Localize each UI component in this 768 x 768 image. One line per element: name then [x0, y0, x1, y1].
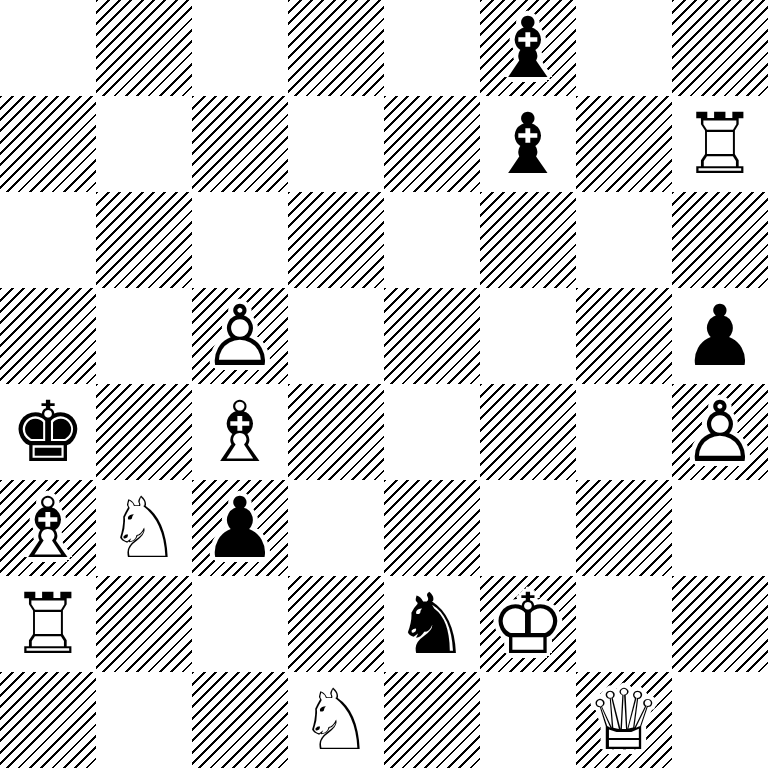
square-e5[interactable] [384, 288, 480, 384]
square-e3[interactable] [384, 480, 480, 576]
piece-white-pawn[interactable]: ♙ [192, 288, 288, 384]
square-a4[interactable]: ♚♚ [0, 384, 96, 480]
square-d1[interactable]: ♞♘ [288, 672, 384, 768]
piece-black-pawn[interactable]: ♟ [672, 288, 768, 384]
square-d3[interactable] [288, 480, 384, 576]
piece-black-knight[interactable]: ♞ [384, 576, 480, 672]
square-a8[interactable] [0, 0, 96, 96]
square-a6[interactable] [0, 192, 96, 288]
square-f2[interactable]: ♚♔ [480, 576, 576, 672]
square-h2[interactable] [672, 576, 768, 672]
square-a1[interactable] [0, 672, 96, 768]
square-h7[interactable]: ♜♖ [672, 96, 768, 192]
square-c1[interactable] [192, 672, 288, 768]
square-h1[interactable] [672, 672, 768, 768]
square-c3[interactable]: ♟♟ [192, 480, 288, 576]
square-a3[interactable]: ♝♗ [0, 480, 96, 576]
square-f8[interactable]: ♝♝ [480, 0, 576, 96]
square-f3[interactable] [480, 480, 576, 576]
square-e4[interactable] [384, 384, 480, 480]
square-d2[interactable] [288, 576, 384, 672]
piece-white-knight[interactable]: ♘ [96, 480, 192, 576]
square-e1[interactable] [384, 672, 480, 768]
piece-white-pawn[interactable]: ♙ [672, 384, 768, 480]
square-c6[interactable] [192, 192, 288, 288]
piece-white-bishop[interactable]: ♗ [192, 384, 288, 480]
square-a7[interactable] [0, 96, 96, 192]
square-h8[interactable] [672, 0, 768, 96]
square-b5[interactable] [96, 288, 192, 384]
square-f1[interactable] [480, 672, 576, 768]
square-e8[interactable] [384, 0, 480, 96]
piece-black-pawn[interactable]: ♟ [192, 480, 288, 576]
square-c5[interactable]: ♟♙ [192, 288, 288, 384]
square-c7[interactable] [192, 96, 288, 192]
square-d5[interactable] [288, 288, 384, 384]
square-f6[interactable] [480, 192, 576, 288]
square-c2[interactable] [192, 576, 288, 672]
square-h6[interactable] [672, 192, 768, 288]
square-d7[interactable] [288, 96, 384, 192]
square-a2[interactable]: ♜♖ [0, 576, 96, 672]
square-g6[interactable] [576, 192, 672, 288]
square-g2[interactable] [576, 576, 672, 672]
square-g1[interactable]: ♛♕ [576, 672, 672, 768]
square-g5[interactable] [576, 288, 672, 384]
square-h5[interactable]: ♟♟ [672, 288, 768, 384]
square-e6[interactable] [384, 192, 480, 288]
square-e2[interactable]: ♞♞ [384, 576, 480, 672]
piece-black-bishop[interactable]: ♝ [480, 0, 576, 96]
square-b4[interactable] [96, 384, 192, 480]
square-f5[interactable] [480, 288, 576, 384]
square-g4[interactable] [576, 384, 672, 480]
piece-white-king[interactable]: ♔ [480, 576, 576, 672]
square-f4[interactable] [480, 384, 576, 480]
square-b1[interactable] [96, 672, 192, 768]
square-f7[interactable]: ♝♝ [480, 96, 576, 192]
square-b6[interactable] [96, 192, 192, 288]
chess-board: ♝♝♝♝♜♖♟♙♟♟♚♚♝♗♟♙♝♗♞♘♟♟♜♖♞♞♚♔♞♘♛♕ [0, 0, 768, 768]
piece-white-knight[interactable]: ♘ [288, 672, 384, 768]
square-g7[interactable] [576, 96, 672, 192]
square-h3[interactable] [672, 480, 768, 576]
square-c4[interactable]: ♝♗ [192, 384, 288, 480]
square-d4[interactable] [288, 384, 384, 480]
square-b2[interactable] [96, 576, 192, 672]
piece-black-king[interactable]: ♚ [0, 384, 96, 480]
square-b3[interactable]: ♞♘ [96, 480, 192, 576]
square-b8[interactable] [96, 0, 192, 96]
piece-black-bishop[interactable]: ♝ [480, 96, 576, 192]
piece-white-queen[interactable]: ♕ [576, 672, 672, 768]
piece-white-rook[interactable]: ♖ [672, 96, 768, 192]
square-e7[interactable] [384, 96, 480, 192]
square-d6[interactable] [288, 192, 384, 288]
square-g3[interactable] [576, 480, 672, 576]
piece-white-bishop[interactable]: ♗ [0, 480, 96, 576]
square-d8[interactable] [288, 0, 384, 96]
piece-white-rook[interactable]: ♖ [0, 576, 96, 672]
square-h4[interactable]: ♟♙ [672, 384, 768, 480]
square-a5[interactable] [0, 288, 96, 384]
square-b7[interactable] [96, 96, 192, 192]
square-g8[interactable] [576, 0, 672, 96]
square-c8[interactable] [192, 0, 288, 96]
